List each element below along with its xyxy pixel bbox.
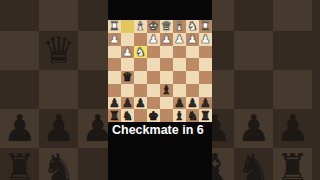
- bg-square-g4: [39, 0, 78, 31]
- square-b8[interactable]: ♞: [186, 109, 199, 122]
- piece-bR: ♜: [3, 149, 36, 180]
- bg-square-h6: [0, 70, 39, 109]
- caption-text: Checkmate in 6: [108, 123, 212, 137]
- square-e6[interactable]: [147, 84, 160, 97]
- square-c3[interactable]: [173, 46, 186, 59]
- bg-square-b7: ♟: [234, 109, 273, 148]
- square-b7[interactable]: ♟: [186, 97, 199, 110]
- square-f3[interactable]: ♞: [134, 46, 147, 59]
- square-g6[interactable]: [121, 84, 134, 97]
- square-a6[interactable]: [199, 84, 212, 97]
- piece-wB: ♝: [174, 20, 185, 32]
- square-e8[interactable]: ♚: [147, 109, 160, 122]
- bg-square-a7: ♟: [273, 109, 312, 148]
- piece-bP: ♟: [237, 110, 270, 147]
- square-a5[interactable]: [199, 71, 212, 84]
- piece-bR: ♜: [200, 110, 211, 122]
- piece-bQ: ♛: [122, 71, 133, 83]
- square-c4[interactable]: [173, 58, 186, 71]
- square-d6[interactable]: ♝: [160, 84, 173, 97]
- piece-wR: ♜: [200, 20, 211, 32]
- square-f6[interactable]: [134, 84, 147, 97]
- bg-square-h8: ♜: [0, 148, 39, 180]
- bg-square-a4: [273, 0, 312, 31]
- square-c8[interactable]: ♝: [173, 109, 186, 122]
- square-c6[interactable]: [173, 84, 186, 97]
- piece-wR: ♜: [109, 20, 120, 32]
- shorts-frame: ♜♝♚♛♝♞♜♟♟♟♟♟♟♟♞♛♝♟♟♟♟♟♟♜♞♚♝♞♜ ♜♝♚♛♝♞♜♟♟♟…: [0, 0, 320, 180]
- piece-bN: ♞: [237, 149, 270, 180]
- square-h8[interactable]: ♜: [108, 109, 121, 122]
- square-a1[interactable]: ♜: [199, 20, 212, 33]
- bg-square-a6: [273, 70, 312, 109]
- piece-wN: ♞: [187, 20, 198, 32]
- piece-bP: ♟: [109, 97, 120, 109]
- piece-wQ: ♛: [161, 20, 172, 32]
- square-b2[interactable]: ♟: [186, 33, 199, 46]
- piece-bP: ♟: [174, 97, 185, 109]
- piece-wP: ♟: [148, 33, 159, 45]
- square-d1[interactable]: ♛: [160, 20, 173, 33]
- square-b6[interactable]: [186, 84, 199, 97]
- piece-bP: ♟: [200, 97, 211, 109]
- piece-wP: ♟: [187, 33, 198, 45]
- bg-square-b5: [234, 31, 273, 70]
- square-b1[interactable]: ♞: [186, 20, 199, 33]
- square-d5[interactable]: [160, 71, 173, 84]
- square-h4[interactable]: [108, 58, 121, 71]
- square-d4[interactable]: [160, 58, 173, 71]
- square-a3[interactable]: [199, 46, 212, 59]
- chess-board: ♜♝♚♛♝♞♜♟♟♟♟♟♟♟♞♛♝♟♟♟♟♟♟♜♞♚♝♞♜: [108, 20, 212, 122]
- bg-square-b6: [234, 70, 273, 109]
- piece-wK: ♚: [148, 20, 159, 32]
- square-c1[interactable]: ♝: [173, 20, 186, 33]
- square-g8[interactable]: ♞: [121, 109, 134, 122]
- square-d3[interactable]: [160, 46, 173, 59]
- square-h2[interactable]: ♟: [108, 33, 121, 46]
- square-g4[interactable]: [121, 58, 134, 71]
- piece-bK: ♚: [148, 110, 159, 122]
- bg-square-h7: ♟: [0, 109, 39, 148]
- square-h1[interactable]: ♜: [108, 20, 121, 33]
- piece-wP: ♟: [161, 33, 172, 45]
- piece-wP: ♟: [109, 33, 120, 45]
- square-e7[interactable]: [147, 97, 160, 110]
- square-b3[interactable]: [186, 46, 199, 59]
- square-h5[interactable]: [108, 71, 121, 84]
- square-f1[interactable]: ♝: [134, 20, 147, 33]
- piece-bQ: ♛: [42, 32, 75, 69]
- piece-bB: ♝: [161, 84, 172, 96]
- square-f5[interactable]: [134, 71, 147, 84]
- square-e5[interactable]: [147, 71, 160, 84]
- square-h7[interactable]: ♟: [108, 97, 121, 110]
- piece-bB: ♝: [174, 110, 185, 122]
- square-f8[interactable]: [134, 109, 147, 122]
- square-f2[interactable]: [134, 33, 147, 46]
- bg-square-g7: ♟: [39, 109, 78, 148]
- square-a4[interactable]: [199, 58, 212, 71]
- square-c7[interactable]: ♟: [173, 97, 186, 110]
- square-a2[interactable]: ♟: [199, 33, 212, 46]
- square-c5[interactable]: [173, 71, 186, 84]
- piece-bN: ♞: [122, 110, 133, 122]
- piece-bP: ♟: [187, 97, 198, 109]
- square-a7[interactable]: ♟: [199, 97, 212, 110]
- bg-square-h4: [0, 0, 39, 31]
- square-g3[interactable]: ♟: [121, 46, 134, 59]
- square-b4[interactable]: [186, 58, 199, 71]
- video-column: ♜♝♚♛♝♞♜♟♟♟♟♟♟♟♞♛♝♟♟♟♟♟♟♜♞♚♝♞♜ Checkmate …: [108, 0, 212, 180]
- square-g2[interactable]: [121, 33, 134, 46]
- bg-square-g5: ♛: [39, 31, 78, 70]
- square-e1[interactable]: ♚: [147, 20, 160, 33]
- bg-square-h5: [0, 31, 39, 70]
- piece-wP: ♟: [174, 33, 185, 45]
- square-e2[interactable]: ♟: [147, 33, 160, 46]
- square-f7[interactable]: ♟: [134, 97, 147, 110]
- piece-bR: ♜: [276, 149, 309, 180]
- piece-bR: ♜: [109, 110, 120, 122]
- piece-bP: ♟: [42, 110, 75, 147]
- piece-wN: ♞: [135, 46, 146, 58]
- piece-bN: ♞: [42, 149, 75, 180]
- piece-bP: ♟: [3, 110, 36, 147]
- square-d8[interactable]: [160, 109, 173, 122]
- piece-wP: ♟: [122, 46, 133, 58]
- square-g1[interactable]: [121, 20, 134, 33]
- square-d2[interactable]: ♟: [160, 33, 173, 46]
- piece-wB: ♝: [135, 20, 146, 32]
- square-a8[interactable]: ♜: [199, 109, 212, 122]
- piece-bP: ♟: [276, 110, 309, 147]
- square-h3[interactable]: [108, 46, 121, 59]
- bg-square-a5: [273, 31, 312, 70]
- bg-square-g6: [39, 70, 78, 109]
- piece-wP: ♟: [200, 33, 211, 45]
- piece-bP: ♟: [135, 97, 146, 109]
- square-c2[interactable]: ♟: [173, 33, 186, 46]
- square-e4[interactable]: [147, 58, 160, 71]
- bg-square-b4: [234, 0, 273, 31]
- piece-bP: ♟: [122, 97, 133, 109]
- piece-bN: ♞: [187, 110, 198, 122]
- square-g5[interactable]: ♛: [121, 71, 134, 84]
- bg-square-a8: ♜: [273, 148, 312, 180]
- bg-square-g8: ♞: [39, 148, 78, 180]
- square-f4[interactable]: [134, 58, 147, 71]
- square-e3[interactable]: [147, 46, 160, 59]
- square-b5[interactable]: [186, 71, 199, 84]
- bg-square-b8: ♞: [234, 148, 273, 180]
- square-g7[interactable]: ♟: [121, 97, 134, 110]
- square-d7[interactable]: [160, 97, 173, 110]
- square-h6[interactable]: [108, 84, 121, 97]
